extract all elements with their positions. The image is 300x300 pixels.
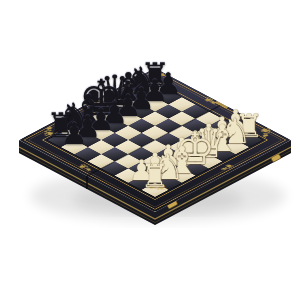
piece-black-pawn-h7: ♟ (61, 119, 88, 149)
piece-white-rook-h1: ♜ (141, 160, 170, 192)
chess-set-photo: ❦❧❦❧❦❧❦❧❦❧❦❧❦❧❦❧ ♜♞♝♛♚♝♞♜♟♟♟♟♟♟♟♟♟♟♟♟♟♟♟… (0, 0, 300, 300)
pieces-layer: ♜♞♝♛♚♝♞♜♟♟♟♟♟♟♟♟♟♟♟♟♟♟♟♟♜♞♝♛♚♝♞♜ (0, 0, 300, 300)
